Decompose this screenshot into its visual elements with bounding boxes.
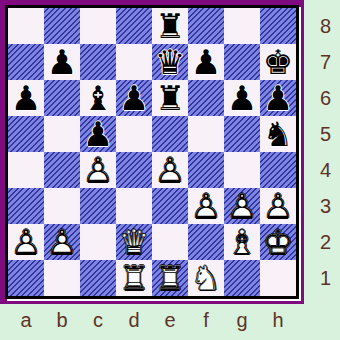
square-d3[interactable] <box>116 188 152 224</box>
white-pawn-outline: ♙ <box>44 224 80 260</box>
rank-label-8: 8 <box>304 8 340 44</box>
piece-black-pawn[interactable]: ♟ <box>188 44 224 80</box>
piece-white-queen[interactable]: ♛♕ <box>116 224 152 260</box>
white-pawn-outline: ♙ <box>80 152 116 188</box>
square-h3[interactable]: ♟♙ <box>260 188 296 224</box>
file-label-d: d <box>116 306 152 334</box>
rank-label-4: 4 <box>304 152 340 188</box>
square-d1[interactable]: ♜♖ <box>116 260 152 296</box>
black-pawn-glyph: ♟ <box>260 80 296 116</box>
square-b2[interactable]: ♟♙ <box>44 224 80 260</box>
black-pawn-glyph: ♟ <box>116 80 152 116</box>
square-h8[interactable] <box>260 8 296 44</box>
white-king-outline: ♔ <box>260 224 296 260</box>
black-pawn-glyph: ♟ <box>44 44 80 80</box>
square-h1[interactable] <box>260 260 296 296</box>
file-label-c: c <box>80 306 116 334</box>
rank-label-2: 2 <box>304 224 340 260</box>
square-b6[interactable] <box>44 80 80 116</box>
piece-white-bishop[interactable]: ♝♗ <box>224 224 260 260</box>
square-g7[interactable] <box>224 44 260 80</box>
square-e3[interactable] <box>152 188 188 224</box>
square-g4[interactable] <box>224 152 260 188</box>
square-a2[interactable]: ♟♙ <box>8 224 44 260</box>
white-pawn-outline: ♙ <box>152 152 188 188</box>
square-f8[interactable] <box>188 8 224 44</box>
file-label-e: e <box>152 306 188 334</box>
square-h6[interactable]: ♟ <box>260 80 296 116</box>
piece-black-bishop[interactable]: ♝ <box>80 80 116 116</box>
square-c5[interactable]: ♟ <box>80 116 116 152</box>
white-queen-outline: ♕ <box>116 224 152 260</box>
square-c1[interactable] <box>80 260 116 296</box>
square-a3[interactable] <box>8 188 44 224</box>
piece-black-rook[interactable]: ♜ <box>152 8 188 44</box>
piece-white-pawn[interactable]: ♟♙ <box>8 224 44 260</box>
file-label-h: h <box>260 306 296 334</box>
piece-black-pawn[interactable]: ♟ <box>116 80 152 116</box>
white-pawn-outline: ♙ <box>8 224 44 260</box>
square-d4[interactable] <box>116 152 152 188</box>
square-a4[interactable] <box>8 152 44 188</box>
square-a6[interactable]: ♟ <box>8 80 44 116</box>
piece-white-rook[interactable]: ♜♖ <box>116 260 152 296</box>
file-label-g: g <box>224 306 260 334</box>
white-rook-outline: ♖ <box>152 260 188 296</box>
square-h2[interactable]: ♚♔ <box>260 224 296 260</box>
piece-black-pawn[interactable]: ♟ <box>260 80 296 116</box>
square-d5[interactable] <box>116 116 152 152</box>
piece-white-knight[interactable]: ♞♘ <box>188 260 224 296</box>
square-g5[interactable] <box>224 116 260 152</box>
black-pawn-glyph: ♟ <box>224 80 260 116</box>
black-knight-glyph: ♞ <box>260 116 296 152</box>
square-a5[interactable] <box>8 116 44 152</box>
square-g2[interactable]: ♝♗ <box>224 224 260 260</box>
square-b3[interactable] <box>44 188 80 224</box>
square-d8[interactable] <box>116 8 152 44</box>
piece-white-pawn[interactable]: ♟♙ <box>260 188 296 224</box>
square-f3[interactable]: ♟♙ <box>188 188 224 224</box>
chess-board: ♜♟♛♟♚♟♝♟♜♟♟♟♞♟♙♟♙♟♙♟♙♟♙♟♙♟♙♛♕♝♗♚♔♜♖♜♖♞♘ <box>8 8 296 296</box>
square-e4[interactable]: ♟♙ <box>152 152 188 188</box>
square-c3[interactable] <box>80 188 116 224</box>
square-e6[interactable]: ♜ <box>152 80 188 116</box>
black-king-glyph: ♚ <box>260 44 296 80</box>
piece-black-pawn[interactable]: ♟ <box>44 44 80 80</box>
square-c7[interactable] <box>80 44 116 80</box>
square-f5[interactable] <box>188 116 224 152</box>
square-d2[interactable]: ♛♕ <box>116 224 152 260</box>
piece-black-pawn[interactable]: ♟ <box>80 116 116 152</box>
piece-white-pawn[interactable]: ♟♙ <box>188 188 224 224</box>
square-b5[interactable] <box>44 116 80 152</box>
white-bishop-outline: ♗ <box>224 224 260 260</box>
square-g8[interactable] <box>224 8 260 44</box>
black-pawn-glyph: ♟ <box>80 116 116 152</box>
black-pawn-glyph: ♟ <box>8 80 44 116</box>
square-f7[interactable]: ♟ <box>188 44 224 80</box>
square-f2[interactable] <box>188 224 224 260</box>
black-rook-glyph: ♜ <box>152 80 188 116</box>
piece-white-pawn[interactable]: ♟♙ <box>152 152 188 188</box>
black-pawn-glyph: ♟ <box>188 44 224 80</box>
piece-black-rook[interactable]: ♜ <box>152 80 188 116</box>
file-label-f: f <box>188 306 224 334</box>
piece-white-rook[interactable]: ♜♖ <box>152 260 188 296</box>
board-frame: ♜♟♛♟♚♟♝♟♜♟♟♟♞♟♙♟♙♟♙♟♙♟♙♟♙♟♙♛♕♝♗♚♔♜♖♜♖♞♘ <box>0 0 304 304</box>
square-g6[interactable]: ♟ <box>224 80 260 116</box>
square-f1[interactable]: ♞♘ <box>188 260 224 296</box>
rank-labels: 87654321 <box>304 8 340 296</box>
square-a7[interactable] <box>8 44 44 80</box>
white-rook-outline: ♖ <box>116 260 152 296</box>
piece-black-knight[interactable]: ♞ <box>260 116 296 152</box>
square-e1[interactable]: ♜♖ <box>152 260 188 296</box>
rank-label-3: 3 <box>304 188 340 224</box>
square-c6[interactable]: ♝ <box>80 80 116 116</box>
square-b8[interactable] <box>44 8 80 44</box>
square-b7[interactable]: ♟ <box>44 44 80 80</box>
square-c4[interactable]: ♟♙ <box>80 152 116 188</box>
white-pawn-outline: ♙ <box>188 188 224 224</box>
square-h4[interactable] <box>260 152 296 188</box>
file-label-a: a <box>8 306 44 334</box>
page-background: { "game": "chess", "position": { "fen": … <box>0 0 340 340</box>
square-c8[interactable] <box>80 8 116 44</box>
rank-label-1: 1 <box>304 260 340 296</box>
square-e7[interactable]: ♛ <box>152 44 188 80</box>
black-bishop-glyph: ♝ <box>80 80 116 116</box>
square-g3[interactable]: ♟♙ <box>224 188 260 224</box>
rank-label-6: 6 <box>304 80 340 116</box>
square-b1[interactable] <box>44 260 80 296</box>
square-e8[interactable]: ♜ <box>152 8 188 44</box>
piece-white-pawn[interactable]: ♟♙ <box>80 152 116 188</box>
file-labels: abcdefgh <box>8 306 296 334</box>
piece-black-pawn[interactable]: ♟ <box>8 80 44 116</box>
piece-white-pawn[interactable]: ♟♙ <box>44 224 80 260</box>
board-inner-frame: ♜♟♛♟♚♟♝♟♜♟♟♟♞♟♙♟♙♟♙♟♙♟♙♟♙♟♙♛♕♝♗♚♔♜♖♜♖♞♘ <box>5 5 299 299</box>
square-h7[interactable]: ♚ <box>260 44 296 80</box>
square-f6[interactable] <box>188 80 224 116</box>
piece-black-queen[interactable]: ♛ <box>152 44 188 80</box>
square-e2[interactable] <box>152 224 188 260</box>
square-h5[interactable]: ♞ <box>260 116 296 152</box>
file-label-b: b <box>44 306 80 334</box>
square-a1[interactable] <box>8 260 44 296</box>
square-g1[interactable] <box>224 260 260 296</box>
square-d6[interactable]: ♟ <box>116 80 152 116</box>
white-knight-outline: ♘ <box>188 260 224 296</box>
square-b4[interactable] <box>44 152 80 188</box>
white-pawn-outline: ♙ <box>260 188 296 224</box>
square-e5[interactable] <box>152 116 188 152</box>
square-a8[interactable] <box>8 8 44 44</box>
square-d7[interactable] <box>116 44 152 80</box>
piece-white-pawn[interactable]: ♟♙ <box>224 188 260 224</box>
rank-label-5: 5 <box>304 116 340 152</box>
white-pawn-outline: ♙ <box>224 188 260 224</box>
piece-black-king[interactable]: ♚ <box>260 44 296 80</box>
black-rook-glyph: ♜ <box>152 8 188 44</box>
square-c2[interactable] <box>80 224 116 260</box>
piece-white-king[interactable]: ♚♔ <box>260 224 296 260</box>
square-f4[interactable] <box>188 152 224 188</box>
black-queen-glyph: ♛ <box>152 44 188 80</box>
rank-label-7: 7 <box>304 44 340 80</box>
piece-black-pawn[interactable]: ♟ <box>224 80 260 116</box>
